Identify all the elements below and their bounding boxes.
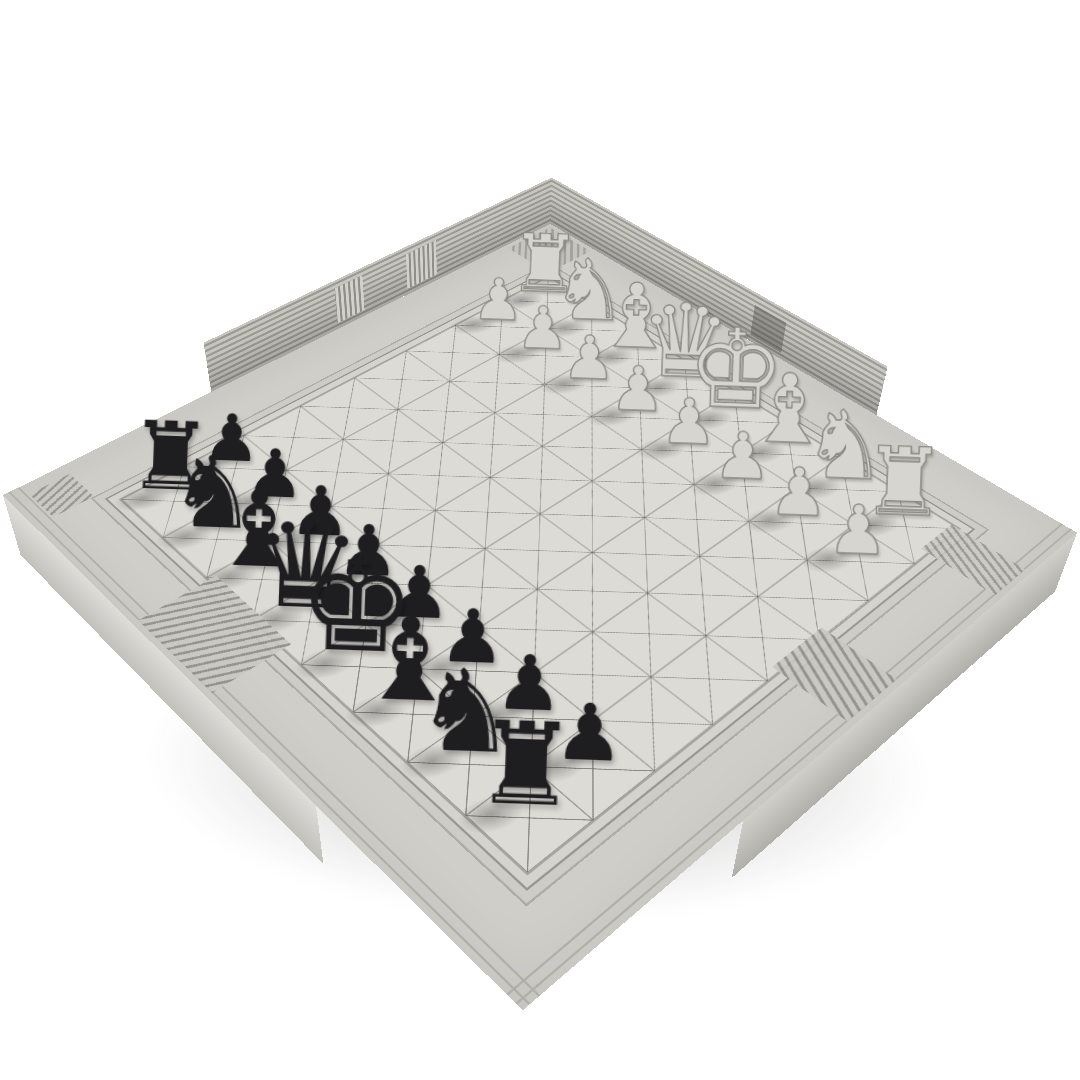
- black-rook-glyph: ♜: [473, 706, 580, 824]
- product-photo-scene: ♜♞♝♛♚♝♞♜♟♟♟♟♟♟♟♟♟♟♟♟♟♟♟♟♜♞♝♛♚♝♞♜: [0, 0, 1080, 1080]
- white-pawn-glyph: ♟: [712, 424, 772, 490]
- white-pawn-glyph: ♟: [660, 390, 719, 455]
- square-h8[interactable]: ♜: [466, 767, 593, 873]
- stair-detail-west-corner: [29, 474, 94, 518]
- wall-stair-detail: [406, 240, 437, 289]
- white-pawn-glyph: ♟: [609, 358, 666, 421]
- white-pawn-glyph: ♟: [768, 459, 830, 527]
- white-pawn-glyph: ♟: [827, 496, 890, 566]
- white-pawn-glyph: ♟: [561, 328, 617, 390]
- wall-stair-detail: [334, 275, 364, 323]
